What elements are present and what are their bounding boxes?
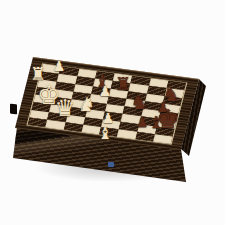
square-f1[interactable]	[117, 129, 137, 139]
square-b1[interactable]	[45, 120, 65, 130]
piece-white-knight-d4[interactable]: ♞	[76, 95, 97, 114]
piece-white-pawn-e5[interactable]: ♟	[97, 84, 113, 98]
square-h1[interactable]	[153, 134, 173, 144]
piece-black-king-h2[interactable]: ♚	[154, 106, 182, 132]
square-g1[interactable]	[135, 132, 155, 142]
piece-white-queen-c3[interactable]: ♛	[53, 97, 78, 120]
square-c1[interactable]	[63, 122, 83, 132]
square-a1[interactable]	[28, 117, 48, 127]
chess-box-product-photo: ♟♜♝♜♟♞♚♞♞♟♛♟♟♝♚♝	[0, 0, 225, 225]
piece-black-knight-g4[interactable]: ♞	[129, 93, 150, 112]
piece-white-bishop-e1[interactable]: ♝	[96, 126, 114, 142]
box-latch-logo	[108, 162, 114, 167]
piece-white-pawn-b7[interactable]: ♟	[51, 59, 67, 73]
box-hinge-notch	[10, 104, 17, 115]
piece-white-pawn-e3[interactable]: ♟	[100, 111, 116, 125]
